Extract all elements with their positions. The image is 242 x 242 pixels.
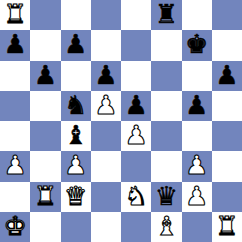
square-b8[interactable] [30, 0, 60, 30]
square-f7[interactable] [151, 30, 181, 60]
square-c7[interactable]: ♟ [61, 30, 91, 60]
square-f4[interactable] [151, 121, 181, 151]
square-c8[interactable] [61, 0, 91, 30]
square-d7[interactable] [91, 30, 121, 60]
square-a4[interactable] [0, 121, 30, 151]
square-e3[interactable] [121, 151, 151, 181]
square-h4[interactable] [212, 121, 242, 151]
square-b5[interactable] [30, 91, 60, 121]
square-f1[interactable]: ♝ [151, 212, 181, 242]
square-a5[interactable] [0, 91, 30, 121]
black-pawn[interactable]: ♟ [185, 92, 208, 118]
square-e2[interactable]: ♞ [121, 182, 151, 212]
black-pawn[interactable]: ♟ [3, 31, 26, 57]
square-d8[interactable] [91, 0, 121, 30]
square-a8[interactable]: ♜ [0, 0, 30, 30]
square-h5[interactable] [212, 91, 242, 121]
chess-board: ♜♜♟♟♚♟♟♟♞♟♟♟♝♟♟♟♟♜♛♞♛♟♚♝♜ [0, 0, 242, 242]
square-b2[interactable]: ♜ [30, 182, 60, 212]
square-e8[interactable] [121, 0, 151, 30]
square-c5[interactable]: ♞ [61, 91, 91, 121]
square-e6[interactable] [121, 61, 151, 91]
square-b6[interactable]: ♟ [30, 61, 60, 91]
white-queen[interactable]: ♛ [64, 183, 87, 209]
square-b1[interactable] [30, 212, 60, 242]
square-c6[interactable] [61, 61, 91, 91]
white-pawn[interactable]: ♟ [185, 183, 208, 209]
white-pawn[interactable]: ♟ [185, 152, 208, 178]
black-pawn[interactable]: ♟ [64, 31, 87, 57]
square-b3[interactable] [30, 151, 60, 181]
square-d3[interactable] [91, 151, 121, 181]
square-b7[interactable] [30, 30, 60, 60]
white-king[interactable]: ♚ [3, 213, 26, 239]
square-g4[interactable] [182, 121, 212, 151]
square-b4[interactable] [30, 121, 60, 151]
black-queen[interactable]: ♛ [155, 183, 178, 209]
square-e5[interactable]: ♟ [121, 91, 151, 121]
square-g6[interactable] [182, 61, 212, 91]
square-g8[interactable] [182, 0, 212, 30]
square-c1[interactable] [61, 212, 91, 242]
square-a7[interactable]: ♟ [0, 30, 30, 60]
white-rook[interactable]: ♜ [215, 213, 238, 239]
square-d4[interactable] [91, 121, 121, 151]
square-f6[interactable] [151, 61, 181, 91]
black-pawn[interactable]: ♟ [34, 62, 57, 88]
square-c2[interactable]: ♛ [61, 182, 91, 212]
square-h3[interactable] [212, 151, 242, 181]
square-c3[interactable]: ♟ [61, 151, 91, 181]
square-h1[interactable]: ♜ [212, 212, 242, 242]
square-f2[interactable]: ♛ [151, 182, 181, 212]
black-pawn[interactable]: ♟ [215, 62, 238, 88]
white-pawn[interactable]: ♟ [124, 122, 147, 148]
white-bishop[interactable]: ♝ [155, 213, 178, 239]
black-rook[interactable]: ♜ [155, 1, 178, 27]
square-a6[interactable] [0, 61, 30, 91]
square-h6[interactable]: ♟ [212, 61, 242, 91]
square-h8[interactable] [212, 0, 242, 30]
square-d1[interactable] [91, 212, 121, 242]
square-e7[interactable] [121, 30, 151, 60]
white-knight[interactable]: ♞ [124, 183, 147, 209]
square-a1[interactable]: ♚ [0, 212, 30, 242]
square-h2[interactable] [212, 182, 242, 212]
square-d5[interactable]: ♟ [91, 91, 121, 121]
black-pawn[interactable]: ♟ [94, 62, 117, 88]
square-f3[interactable] [151, 151, 181, 181]
black-pawn[interactable]: ♟ [124, 92, 147, 118]
square-g1[interactable] [182, 212, 212, 242]
square-g3[interactable]: ♟ [182, 151, 212, 181]
square-g5[interactable]: ♟ [182, 91, 212, 121]
black-king[interactable]: ♚ [185, 31, 208, 57]
square-e4[interactable]: ♟ [121, 121, 151, 151]
white-rook[interactable]: ♜ [3, 1, 26, 27]
square-c4[interactable]: ♝ [61, 121, 91, 151]
square-a2[interactable] [0, 182, 30, 212]
square-h7[interactable] [212, 30, 242, 60]
square-e1[interactable] [121, 212, 151, 242]
square-a3[interactable]: ♟ [0, 151, 30, 181]
square-f5[interactable] [151, 91, 181, 121]
square-d2[interactable] [91, 182, 121, 212]
square-g7[interactable]: ♚ [182, 30, 212, 60]
black-knight[interactable]: ♞ [64, 92, 87, 118]
white-pawn[interactable]: ♟ [3, 152, 26, 178]
square-d6[interactable]: ♟ [91, 61, 121, 91]
white-rook[interactable]: ♜ [34, 183, 57, 209]
square-g2[interactable]: ♟ [182, 182, 212, 212]
square-f8[interactable]: ♜ [151, 0, 181, 30]
black-bishop[interactable]: ♝ [64, 122, 87, 148]
white-pawn[interactable]: ♟ [64, 152, 87, 178]
white-pawn[interactable]: ♟ [94, 92, 117, 118]
